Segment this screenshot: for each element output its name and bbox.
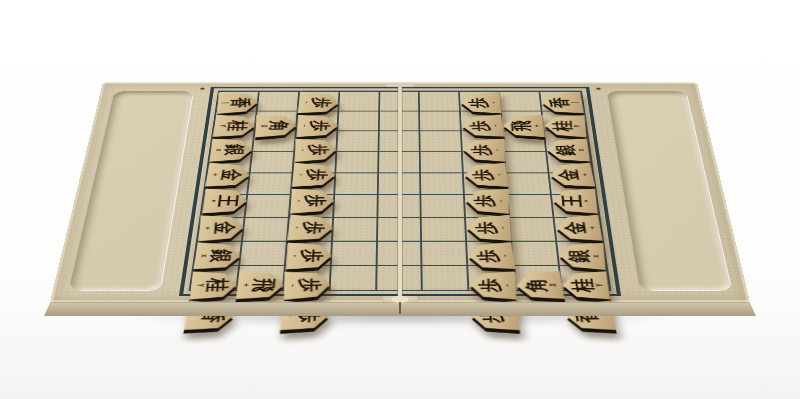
knight-kanji: 桂 [226, 120, 249, 131]
piece-pawn[interactable]: 歩- [464, 162, 508, 188]
piece-pawn[interactable]: 歩- [463, 138, 505, 163]
piece-face: 歩- [287, 214, 334, 242]
movement-hint-mark: - [291, 254, 300, 257]
piece-king[interactable]: 王* [202, 188, 248, 214]
movement-hint-mark: - [297, 173, 305, 176]
movement-hint-mark: + [580, 173, 589, 176]
piece-face: 歩- [292, 162, 336, 188]
silver-kanji: 銀 [554, 144, 577, 155]
movement-hint-mark: x [591, 255, 600, 258]
pawn-kanji: 歩 [304, 195, 327, 207]
pawn-kanji: 歩 [473, 194, 495, 207]
piece-face: 歩- [284, 270, 330, 301]
bishop-kanji: 角 [523, 278, 549, 292]
knight-kanji: 桂 [551, 120, 573, 131]
piece-lance[interactable]: 香| [540, 91, 583, 114]
photo-stage: 香|桂Y銀x金+王*金+銀x桂Y香|角X飛+歩-歩-歩-歩-歩-歩-歩-歩-歩-… [0, 0, 800, 399]
piece-pawn[interactable]: 歩- [470, 270, 517, 300]
lance-kanji: 香 [548, 97, 570, 108]
silver-kanji: 銀 [209, 249, 234, 262]
piece-face: 歩- [466, 187, 509, 214]
piece-face: 角X [514, 270, 564, 301]
pawn-kanji: 歩 [311, 97, 333, 108]
lance-kanji: 香 [230, 97, 251, 108]
movement-hint-mark: + [587, 226, 596, 229]
piece-face: 歩- [467, 241, 515, 271]
pawn-kanji: 歩 [471, 169, 494, 181]
movement-hint-mark: - [498, 226, 507, 229]
piece-face: 歩- [470, 270, 517, 300]
king-kanji: 王 [216, 195, 240, 207]
piece-face: 金+ [199, 214, 245, 242]
silver-kanji: 銀 [223, 144, 246, 156]
piece-lance[interactable]: 香| [217, 91, 258, 114]
piece-face: 金+ [205, 162, 252, 188]
pawn-kanji: 歩 [478, 278, 502, 292]
movement-hint-mark: - [493, 149, 501, 152]
silver-kanji: 銀 [567, 249, 591, 263]
piece-face: 桂Y [561, 270, 610, 300]
fold-gap-front [399, 302, 401, 314]
piece-face: 香| [217, 91, 258, 114]
piece-rook[interactable]: 飛+ [502, 114, 545, 138]
movement-hint-mark: x [215, 149, 223, 152]
piece-face: 桂Y [190, 270, 238, 300]
rook-kanji: 飛 [251, 278, 276, 292]
piece-king[interactable]: 王* [552, 188, 597, 215]
movement-hint-mark: - [495, 173, 503, 176]
gold-kanji: 金 [556, 169, 580, 181]
piece-knight[interactable]: 桂Y [544, 114, 586, 138]
piece-pawn[interactable]: 歩- [291, 188, 335, 215]
piece-gold[interactable]: 金+ [199, 214, 245, 242]
movement-hint-mark: - [500, 254, 509, 257]
pawn-kanji: 歩 [306, 169, 329, 181]
movement-hint-mark: | [570, 101, 578, 103]
piece-face: 歩- [295, 137, 337, 162]
movement-hint-mark: X [549, 283, 558, 286]
pawn-kanji: 歩 [476, 249, 501, 263]
piece-face: 金+ [554, 214, 602, 242]
capture-tray-left[interactable] [69, 91, 193, 290]
piece-face: 桂Y [213, 114, 257, 138]
movement-hint-mark: - [295, 200, 303, 203]
movement-hint-mark: x [200, 254, 209, 257]
piece-pawn[interactable]: 歩- [461, 114, 504, 138]
movement-hint-mark: - [303, 101, 311, 104]
piece-face: 銀x [546, 138, 590, 163]
gold-kanji: 金 [563, 221, 588, 234]
movement-hint-mark: - [489, 102, 497, 104]
movement-hint-mark: x [577, 149, 585, 152]
movement-hint-mark: * [584, 200, 593, 203]
piece-bishop[interactable]: 角X [514, 270, 564, 301]
pawn-kanji: 歩 [469, 120, 491, 131]
piece-face: 銀x [194, 242, 243, 271]
piece-face: 王* [202, 188, 248, 214]
piece-pawn[interactable]: 歩- [286, 242, 332, 271]
pawn-kanji: 歩 [298, 278, 322, 292]
movement-hint-mark: - [497, 200, 505, 203]
piece-pawn[interactable]: 歩- [287, 214, 334, 242]
rook-kanji: 飛 [510, 120, 532, 131]
piece-face: 歩- [461, 91, 502, 114]
corner-pin-left [200, 88, 205, 90]
piece-face: 金+ [548, 162, 595, 188]
piece-silver[interactable]: 銀x [559, 241, 606, 271]
piece-knight[interactable]: 桂Y [561, 270, 610, 300]
knight-kanji: 桂 [205, 278, 230, 292]
movement-hint-mark: | [222, 102, 230, 105]
pawn-kanji: 歩 [468, 97, 489, 108]
piece-face: 銀x [210, 138, 254, 163]
movement-hint-mark: Y [595, 284, 604, 287]
piece-face: 歩- [466, 214, 511, 242]
movement-hint-mark: Y [218, 124, 226, 127]
piece-gold[interactable]: 金+ [548, 162, 595, 188]
pawn-kanji: 歩 [470, 144, 492, 156]
piece-pawn[interactable]: 歩- [461, 91, 502, 114]
gold-kanji: 金 [213, 221, 237, 234]
piece-face: 歩- [461, 114, 504, 138]
knight-kanji: 桂 [570, 278, 595, 292]
piece-face: 飛+ [236, 270, 285, 300]
piece-knight[interactable]: 桂Y [213, 114, 257, 138]
piece-pawn[interactable]: 歩- [292, 162, 336, 188]
piece-pawn[interactable]: 歩- [466, 187, 509, 214]
piece-silver[interactable]: 銀x [546, 138, 590, 163]
piece-face: 桂Y [544, 114, 586, 138]
king-kanji: 王 [560, 195, 584, 207]
movement-hint-mark: + [242, 283, 251, 286]
piece-pawn[interactable]: 歩- [295, 137, 337, 162]
piece-face: 歩- [463, 138, 505, 163]
piece-pawn[interactable]: 歩- [284, 270, 330, 301]
piece-gold[interactable]: 金+ [554, 214, 602, 242]
piece-silver[interactable]: 銀x [210, 138, 254, 163]
piece-face: 飛+ [502, 114, 545, 138]
piece-face: 王* [552, 188, 597, 215]
corner-pin-right [596, 88, 601, 90]
movement-hint-mark: - [299, 149, 307, 152]
movement-hint-mark: + [211, 173, 220, 176]
movement-hint-mark: X [260, 125, 268, 128]
movement-hint-mark: - [301, 125, 309, 127]
piece-pawn[interactable]: 歩- [296, 114, 338, 138]
bishop-kanji: 角 [268, 120, 289, 131]
movement-hint-mark: * [208, 199, 217, 202]
piece-face: 角X [256, 114, 297, 138]
piece-face: 歩- [291, 188, 335, 215]
piece-knight[interactable]: 桂Y [190, 270, 238, 300]
movement-hint-mark: Y [574, 125, 582, 128]
pawn-kanji: 歩 [308, 144, 330, 156]
pawn-kanji: 歩 [300, 249, 324, 262]
board-fold-line [397, 84, 403, 300]
piece-gold[interactable]: 金+ [205, 162, 252, 188]
movement-hint-mark: - [491, 124, 499, 127]
piece-face: 歩- [464, 162, 508, 188]
hinge-tab-top [386, 82, 415, 86]
movement-hint-mark: - [503, 284, 512, 287]
piece-silver[interactable]: 銀x [194, 242, 243, 271]
piece-face: 歩- [286, 242, 332, 271]
piece-face: 銀x [559, 241, 606, 271]
movement-hint-mark: + [532, 125, 540, 127]
pawn-kanji: 歩 [309, 120, 331, 131]
piece-pawn[interactable]: 歩- [298, 91, 341, 114]
piece-rook[interactable]: 飛+ [236, 270, 285, 300]
gold-kanji: 金 [219, 169, 243, 181]
shogi-board: 香|桂Y銀x金+王*金+銀x桂Y香|角X飛+歩-歩-歩-歩-歩-歩-歩-歩-歩-… [50, 82, 750, 302]
piece-face: 歩- [298, 91, 341, 114]
piece-bishop[interactable]: 角X [256, 114, 297, 138]
movement-hint-mark: + [204, 227, 213, 230]
movement-hint-mark: Y [196, 284, 205, 287]
piece-pawn[interactable]: 歩- [466, 214, 511, 242]
pawn-kanji: 歩 [302, 221, 326, 234]
movement-hint-mark: - [288, 284, 297, 287]
pawn-kanji: 歩 [474, 221, 498, 234]
piece-face: 香| [540, 91, 583, 114]
piece-face: 歩- [296, 114, 338, 138]
piece-pawn[interactable]: 歩- [467, 241, 515, 271]
capture-tray-right[interactable] [607, 91, 731, 290]
movement-hint-mark: - [293, 226, 302, 229]
